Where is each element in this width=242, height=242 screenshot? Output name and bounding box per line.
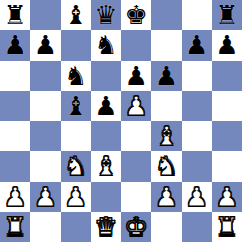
black-king-piece[interactable]: ♚ [124,0,147,30]
square-g1[interactable] [182,212,212,242]
white-pawn-piece[interactable]: ♟ [215,182,238,212]
black-pawn-piece[interactable]: ♟ [155,61,178,91]
black-queen-piece[interactable]: ♛ [94,0,117,30]
square-h5[interactable] [212,91,242,121]
square-h2[interactable]: ♟ [212,182,242,212]
square-e3[interactable] [121,151,151,181]
square-h1[interactable]: ♜ [212,212,242,242]
square-a8[interactable]: ♜ [0,0,30,30]
black-pawn-piece[interactable]: ♟ [215,30,238,60]
square-g7[interactable]: ♟ [182,30,212,60]
square-a6[interactable] [0,61,30,91]
square-c3[interactable]: ♞ [61,151,91,181]
square-e2[interactable] [121,182,151,212]
black-pawn-piece[interactable]: ♟ [124,61,147,91]
square-b8[interactable] [30,0,60,30]
white-pawn-piece[interactable]: ♟ [124,91,147,121]
chess-board: ♜♝♛♚♜♟♟♞♟♟♞♟♟♝♟♟♝♞♝♞♟♟♟♟♟♟♜♛♚♜ [0,0,242,242]
square-h3[interactable] [212,151,242,181]
square-d3[interactable]: ♝ [91,151,121,181]
white-bishop-piece[interactable]: ♝ [94,151,117,181]
black-pawn-piece[interactable]: ♟ [94,91,117,121]
black-pawn-piece[interactable]: ♟ [185,30,208,60]
square-c4[interactable] [61,121,91,151]
black-knight-piece[interactable]: ♞ [64,61,87,91]
square-b4[interactable] [30,121,60,151]
square-d5[interactable]: ♟ [91,91,121,121]
square-h6[interactable] [212,61,242,91]
square-d8[interactable]: ♛ [91,0,121,30]
white-pawn-piece[interactable]: ♟ [64,182,87,212]
square-g3[interactable] [182,151,212,181]
square-f8[interactable] [151,0,181,30]
square-d2[interactable] [91,182,121,212]
square-h7[interactable]: ♟ [212,30,242,60]
square-a3[interactable] [0,151,30,181]
white-pawn-piece[interactable]: ♟ [185,182,208,212]
square-e5[interactable]: ♟ [121,91,151,121]
square-a2[interactable]: ♟ [0,182,30,212]
square-c7[interactable] [61,30,91,60]
square-g5[interactable] [182,91,212,121]
square-g8[interactable] [182,0,212,30]
square-f7[interactable] [151,30,181,60]
square-g6[interactable] [182,61,212,91]
square-f3[interactable]: ♞ [151,151,181,181]
square-a1[interactable]: ♜ [0,212,30,242]
square-e8[interactable]: ♚ [121,0,151,30]
square-e6[interactable]: ♟ [121,61,151,91]
white-rook-piece[interactable]: ♜ [215,212,238,242]
white-pawn-piece[interactable]: ♟ [155,182,178,212]
square-d4[interactable] [91,121,121,151]
square-f2[interactable]: ♟ [151,182,181,212]
square-b1[interactable] [30,212,60,242]
white-rook-piece[interactable]: ♜ [3,212,26,242]
square-f4[interactable]: ♝ [151,121,181,151]
square-e1[interactable]: ♚ [121,212,151,242]
white-pawn-piece[interactable]: ♟ [3,182,26,212]
square-c2[interactable]: ♟ [61,182,91,212]
white-pawn-piece[interactable]: ♟ [34,182,57,212]
black-bishop-piece[interactable]: ♝ [64,0,87,30]
square-d1[interactable]: ♛ [91,212,121,242]
white-king-piece[interactable]: ♚ [124,212,147,242]
white-queen-piece[interactable]: ♛ [94,212,117,242]
black-pawn-piece[interactable]: ♟ [34,30,57,60]
black-knight-piece[interactable]: ♞ [94,30,117,60]
square-e4[interactable] [121,121,151,151]
square-a7[interactable]: ♟ [0,30,30,60]
square-c8[interactable]: ♝ [61,0,91,30]
square-c6[interactable]: ♞ [61,61,91,91]
white-bishop-piece[interactable]: ♝ [155,121,178,151]
black-pawn-piece[interactable]: ♟ [3,30,26,60]
black-rook-piece[interactable]: ♜ [215,0,238,30]
square-b2[interactable]: ♟ [30,182,60,212]
square-f6[interactable]: ♟ [151,61,181,91]
square-h8[interactable]: ♜ [212,0,242,30]
square-d7[interactable]: ♞ [91,30,121,60]
square-h4[interactable] [212,121,242,151]
square-b7[interactable]: ♟ [30,30,60,60]
square-e7[interactable] [121,30,151,60]
square-c5[interactable]: ♝ [61,91,91,121]
black-bishop-piece[interactable]: ♝ [64,91,87,121]
square-g4[interactable] [182,121,212,151]
black-rook-piece[interactable]: ♜ [3,0,26,30]
white-knight-piece[interactable]: ♞ [155,151,178,181]
white-knight-piece[interactable]: ♞ [64,151,87,181]
square-d6[interactable] [91,61,121,91]
square-f5[interactable] [151,91,181,121]
square-b5[interactable] [30,91,60,121]
square-c1[interactable] [61,212,91,242]
square-b6[interactable] [30,61,60,91]
square-f1[interactable] [151,212,181,242]
square-b3[interactable] [30,151,60,181]
square-g2[interactable]: ♟ [182,182,212,212]
square-a4[interactable] [0,121,30,151]
square-a5[interactable] [0,91,30,121]
